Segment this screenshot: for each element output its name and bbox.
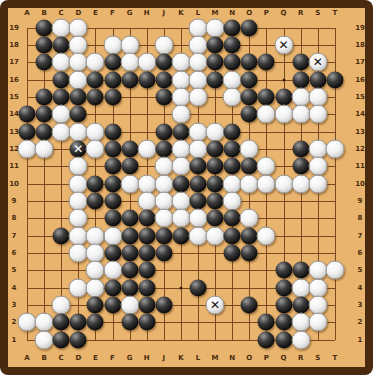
star-point	[282, 78, 285, 81]
stone-black[interactable]	[241, 88, 258, 105]
stone-black[interactable]	[275, 314, 292, 331]
stone-black[interactable]	[155, 297, 172, 314]
stone-black[interactable]	[70, 88, 87, 105]
coord-letter-top: E	[93, 9, 98, 17]
stone-black[interactable]	[19, 123, 36, 140]
stone-white[interactable]	[171, 157, 190, 176]
stone-black[interactable]	[70, 314, 87, 331]
stone-white[interactable]	[308, 296, 327, 315]
coord-number-left: 4	[12, 284, 17, 292]
coord-number-left: 15	[9, 93, 19, 101]
stone-black[interactable]	[292, 71, 309, 88]
stone-black[interactable]	[224, 54, 241, 71]
coord-number-right: 9	[358, 197, 363, 205]
stone-black[interactable]	[207, 71, 224, 88]
stone-black[interactable]	[207, 54, 224, 71]
stone-black[interactable]	[70, 331, 87, 348]
stone-white[interactable]	[69, 174, 88, 193]
stone-black[interactable]	[241, 54, 258, 71]
coord-number-right: 1	[358, 336, 363, 344]
coord-letter-bottom: G	[127, 354, 133, 362]
stone-black[interactable]	[104, 123, 121, 140]
mark-x-icon: ✕	[278, 39, 288, 51]
stone-white[interactable]	[189, 70, 208, 89]
stone-black[interactable]	[138, 279, 155, 296]
stone-white[interactable]	[52, 105, 71, 124]
stone-white[interactable]	[189, 35, 208, 54]
coord-number-right: 8	[358, 214, 363, 222]
coord-number-right: 16	[355, 76, 365, 84]
stone-black[interactable]	[241, 297, 258, 314]
coord-number-right: 17	[355, 58, 365, 66]
coord-number-left: 8	[12, 214, 17, 222]
coord-letter-top: P	[264, 9, 269, 17]
coord-number-right: 15	[355, 93, 365, 101]
stone-white[interactable]	[308, 105, 327, 124]
stone-black[interactable]	[275, 88, 292, 105]
stone-white[interactable]	[154, 35, 173, 54]
coord-letter-bottom: F	[110, 354, 115, 362]
coord-number-right: 7	[358, 232, 363, 240]
coord-number-right: 14	[355, 110, 365, 118]
coord-letter-bottom: L	[196, 354, 200, 362]
stone-black[interactable]	[104, 175, 121, 192]
stone-white[interactable]	[308, 157, 327, 176]
stone-black[interactable]	[292, 54, 309, 71]
coord-number-left: 19	[9, 24, 19, 32]
stone-black[interactable]	[241, 19, 258, 36]
stone-white[interactable]	[103, 261, 122, 280]
stone-black[interactable]	[224, 140, 241, 157]
stone-white[interactable]	[223, 87, 242, 106]
coord-letter-top: L	[196, 9, 200, 17]
coord-letter-bottom: N	[229, 354, 235, 362]
coord-number-right: 19	[355, 24, 365, 32]
coord-letter-top: N	[229, 9, 235, 17]
stone-black[interactable]	[87, 314, 104, 331]
coord-number-right: 3	[358, 301, 363, 309]
coord-letter-top: K	[178, 9, 183, 17]
stone-white[interactable]	[69, 157, 88, 176]
coord-letter-top: D	[75, 9, 81, 17]
coord-number-left: 7	[12, 232, 17, 240]
stone-black[interactable]	[138, 314, 155, 331]
stone-white[interactable]	[86, 244, 105, 263]
stone-black[interactable]	[104, 279, 121, 296]
stone-black[interactable]	[104, 193, 121, 210]
stone-black[interactable]	[104, 71, 121, 88]
grid-line-vertical	[44, 28, 45, 340]
stone-black[interactable]	[207, 193, 224, 210]
stone-white[interactable]	[171, 105, 190, 124]
stone-black[interactable]	[241, 106, 258, 123]
stone-black[interactable]	[53, 71, 70, 88]
coord-letter-bottom: B	[41, 354, 46, 362]
stone-white[interactable]	[35, 330, 54, 349]
stone-black[interactable]	[70, 106, 87, 123]
coord-number-right: 6	[358, 249, 363, 257]
stone-black[interactable]	[53, 227, 70, 244]
stone-black[interactable]	[53, 314, 70, 331]
stone-black[interactable]	[292, 140, 309, 157]
stone-black[interactable]	[36, 54, 53, 71]
coord-number-left: 17	[9, 58, 19, 66]
stone-white[interactable]	[103, 226, 122, 245]
stone-white[interactable]	[189, 87, 208, 106]
stone-white[interactable]	[35, 139, 54, 158]
stone-black[interactable]	[155, 140, 172, 157]
stone-black[interactable]	[121, 314, 138, 331]
stone-white[interactable]	[240, 209, 259, 228]
coord-letter-bottom: A	[24, 354, 29, 362]
stone-black[interactable]	[241, 245, 258, 262]
coord-letter-bottom: O	[246, 354, 252, 362]
star-point	[179, 286, 182, 289]
stone-black[interactable]	[155, 123, 172, 140]
stone-black[interactable]	[275, 279, 292, 296]
stone-white[interactable]	[69, 192, 88, 211]
coord-letter-top: J	[162, 9, 165, 17]
stone-black[interactable]	[87, 175, 104, 192]
stone-white[interactable]	[69, 35, 88, 54]
stone-black[interactable]	[87, 297, 104, 314]
stone-white[interactable]	[86, 139, 105, 158]
stone-black[interactable]	[190, 175, 207, 192]
coord-letter-bottom: D	[75, 354, 81, 362]
mark-x-icon: ✕	[313, 56, 323, 68]
coord-letter-bottom: P	[264, 354, 269, 362]
coord-number-right: 12	[355, 145, 365, 153]
stone-black[interactable]	[104, 140, 121, 157]
go-game-screenshot: AABBCCDDEEFFGGHHJJKKLLMMNNOOPPQQRRSSTT19…	[0, 0, 373, 375]
stone-black[interactable]	[138, 245, 155, 262]
coord-number-left: 11	[9, 162, 19, 170]
coord-letter-bottom: E	[93, 354, 98, 362]
stone-black[interactable]	[121, 158, 138, 175]
stone-white[interactable]	[52, 296, 71, 315]
stone-black[interactable]	[207, 140, 224, 157]
coord-number-right: 13	[355, 128, 365, 136]
coord-letter-bottom: K	[178, 354, 183, 362]
coord-letter-bottom: R	[298, 354, 303, 362]
stone-black[interactable]	[258, 54, 275, 71]
stone-black[interactable]	[36, 36, 53, 53]
stone-white[interactable]	[189, 209, 208, 228]
stone-black[interactable]	[224, 210, 241, 227]
stone-black[interactable]	[53, 36, 70, 53]
stone-black[interactable]	[104, 245, 121, 262]
go-board[interactable]: AABBCCDDEEFFGGHHJJKKLLMMNNOOPPQQRRSSTT19…	[8, 8, 365, 367]
stone-white[interactable]	[206, 226, 225, 245]
coord-letter-bottom: T	[332, 354, 337, 362]
stone-black[interactable]	[258, 88, 275, 105]
stone-white[interactable]	[137, 139, 156, 158]
stone-black[interactable]	[138, 227, 155, 244]
coord-letter-top: F	[110, 9, 115, 17]
stone-black[interactable]	[155, 227, 172, 244]
stone-black[interactable]	[121, 262, 138, 279]
stone-white[interactable]	[308, 278, 327, 297]
stone-white[interactable]	[223, 192, 242, 211]
stone-black[interactable]	[155, 88, 172, 105]
stone-black[interactable]	[121, 245, 138, 262]
coord-number-right: 18	[355, 41, 365, 49]
coord-letter-top: T	[332, 9, 337, 17]
stone-black[interactable]	[224, 245, 241, 262]
stone-white[interactable]	[257, 157, 276, 176]
stone-black[interactable]	[138, 262, 155, 279]
stone-black[interactable]	[138, 210, 155, 227]
stone-black[interactable]	[104, 210, 121, 227]
coord-letter-top: Q	[281, 9, 287, 17]
stone-black[interactable]	[104, 158, 121, 175]
stone-white[interactable]	[120, 296, 139, 315]
stone-black[interactable]	[138, 71, 155, 88]
coord-number-left: 5	[12, 266, 17, 274]
stone-black[interactable]	[104, 88, 121, 105]
stone-white[interactable]	[189, 139, 208, 158]
stone-white[interactable]	[223, 70, 242, 89]
coord-letter-top: A	[24, 9, 29, 17]
coord-number-left: 2	[12, 318, 17, 326]
coord-number-left: 9	[12, 197, 17, 205]
stone-black[interactable]	[224, 227, 241, 244]
stone-black[interactable]	[87, 88, 104, 105]
stone-white[interactable]	[240, 139, 259, 158]
stone-black[interactable]	[155, 71, 172, 88]
coord-number-right: 11	[355, 162, 365, 170]
stone-black[interactable]	[207, 210, 224, 227]
stone-white[interactable]	[308, 87, 327, 106]
stone-black[interactable]	[172, 227, 189, 244]
coord-number-left: 6	[12, 249, 17, 257]
stone-black[interactable]	[207, 158, 224, 175]
stone-black[interactable]	[292, 297, 309, 314]
stone-white[interactable]	[69, 70, 88, 89]
coord-letter-top: S	[315, 9, 320, 17]
stone-black[interactable]	[190, 193, 207, 210]
mark-x-icon: ✕	[210, 299, 220, 311]
coord-letter-bottom: J	[162, 354, 165, 362]
stone-black[interactable]	[121, 140, 138, 157]
coord-letter-bottom: M	[212, 354, 219, 362]
stone-white[interactable]	[86, 122, 105, 141]
stone-black[interactable]	[292, 262, 309, 279]
stone-white[interactable]	[154, 174, 173, 193]
stone-black[interactable]	[138, 297, 155, 314]
coord-letter-top: M	[212, 9, 219, 17]
stone-white[interactable]	[308, 174, 327, 193]
coord-letter-top: B	[41, 9, 46, 17]
stone-black[interactable]	[121, 279, 138, 296]
coord-letter-top: R	[298, 9, 303, 17]
coord-letter-bottom: C	[59, 354, 64, 362]
stone-white[interactable]	[189, 53, 208, 72]
stone-black[interactable]	[275, 331, 292, 348]
stone-black[interactable]	[207, 175, 224, 192]
stone-white[interactable]	[35, 313, 54, 332]
coord-number-left: 16	[9, 76, 19, 84]
coord-letter-top: G	[127, 9, 133, 17]
coord-number-right: 5	[358, 266, 363, 274]
stone-black[interactable]	[224, 19, 241, 36]
stone-black[interactable]	[224, 123, 241, 140]
stone-black[interactable]	[121, 227, 138, 244]
stone-black[interactable]	[207, 36, 224, 53]
stone-black[interactable]	[36, 123, 53, 140]
coord-number-right: 4	[358, 284, 363, 292]
coord-letter-bottom: Q	[281, 354, 287, 362]
mark-x-icon: ✕	[73, 143, 83, 155]
stone-white[interactable]	[171, 192, 190, 211]
stone-black[interactable]	[104, 54, 121, 71]
stone-white[interactable]	[86, 53, 105, 72]
stone-black[interactable]	[53, 331, 70, 348]
stone-black[interactable]	[258, 314, 275, 331]
stone-white[interactable]	[69, 18, 88, 37]
stone-black[interactable]	[36, 88, 53, 105]
stone-black[interactable]	[172, 123, 189, 140]
coord-number-left: 18	[9, 41, 19, 49]
coord-letter-top: C	[59, 9, 64, 17]
coord-letter-bottom: S	[315, 354, 320, 362]
coord-number-left: 13	[9, 128, 19, 136]
coord-letter-top: O	[246, 9, 252, 17]
stone-black[interactable]	[121, 210, 138, 227]
coord-number-right: 2	[358, 318, 363, 326]
stone-black[interactable]	[241, 158, 258, 175]
stone-black[interactable]	[326, 71, 343, 88]
stone-black[interactable]	[155, 54, 172, 71]
stone-black[interactable]	[87, 193, 104, 210]
stone-white[interactable]	[86, 278, 105, 297]
grid-line-vertical	[27, 28, 28, 340]
stone-black[interactable]	[275, 297, 292, 314]
coord-number-left: 14	[9, 110, 19, 118]
coord-letter-top: H	[144, 9, 150, 17]
stone-white[interactable]	[69, 209, 88, 228]
coord-number-right: 10	[355, 180, 365, 188]
stone-black[interactable]	[19, 106, 36, 123]
coord-number-left: 1	[12, 336, 17, 344]
stone-white[interactable]	[257, 226, 276, 245]
stone-white[interactable]	[325, 139, 344, 158]
stone-black[interactable]	[36, 106, 53, 123]
stone-black[interactable]	[87, 71, 104, 88]
stone-white[interactable]	[137, 53, 156, 72]
stone-black[interactable]	[121, 71, 138, 88]
stone-white[interactable]	[325, 261, 344, 280]
stone-black[interactable]	[309, 71, 326, 88]
stone-black[interactable]	[53, 88, 70, 105]
stone-black[interactable]	[155, 245, 172, 262]
stone-black[interactable]	[224, 158, 241, 175]
coord-number-left: 10	[9, 180, 19, 188]
stone-black[interactable]	[190, 158, 207, 175]
stone-black[interactable]	[104, 297, 121, 314]
stone-black[interactable]	[224, 36, 241, 53]
stone-white[interactable]	[206, 122, 225, 141]
stone-black[interactable]	[258, 331, 275, 348]
stone-black[interactable]	[292, 158, 309, 175]
stone-black[interactable]	[275, 262, 292, 279]
stone-black[interactable]	[190, 279, 207, 296]
stone-white[interactable]	[308, 313, 327, 332]
stone-black[interactable]	[36, 19, 53, 36]
coord-number-left: 3	[12, 301, 17, 309]
stone-white[interactable]	[206, 18, 225, 37]
stone-black[interactable]	[172, 175, 189, 192]
stone-white[interactable]	[291, 330, 310, 349]
stone-white[interactable]	[120, 35, 139, 54]
stone-black[interactable]	[241, 71, 258, 88]
coord-letter-bottom: H	[144, 354, 150, 362]
stone-black[interactable]	[241, 227, 258, 244]
